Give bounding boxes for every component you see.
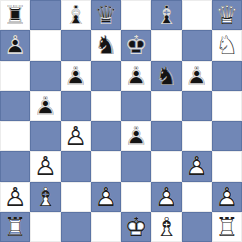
square-d5[interactable] <box>91 91 121 121</box>
black-bishop-fill-icon: ♝ <box>61 0 91 30</box>
square-f2[interactable]: ♟♙ <box>151 182 181 212</box>
black-bishop-outline-icon: ♗ <box>151 0 181 30</box>
piece-white-knight[interactable]: ♞♘ <box>212 30 242 60</box>
black-pawn-outline-icon: ♙ <box>121 61 151 91</box>
white-bishop-outline-icon: ♗ <box>151 212 181 242</box>
black-king-fill-icon: ♚ <box>121 30 151 60</box>
square-e8[interactable] <box>121 0 151 30</box>
square-b5[interactable]: ♟♙ <box>30 91 60 121</box>
square-c5[interactable] <box>61 91 91 121</box>
white-rook-fill-icon: ♜ <box>212 212 242 242</box>
black-knight-outline-icon: ♘ <box>151 61 181 91</box>
piece-white-pawn[interactable]: ♟♙ <box>182 151 212 181</box>
piece-white-bishop[interactable]: ♝♗ <box>151 212 181 242</box>
black-knight-fill-icon: ♞ <box>151 61 181 91</box>
square-b7[interactable] <box>30 30 60 60</box>
black-pawn-outline-icon: ♙ <box>182 61 212 91</box>
square-e2[interactable] <box>121 182 151 212</box>
square-c3[interactable] <box>61 151 91 181</box>
square-g5[interactable] <box>182 91 212 121</box>
white-pawn-outline-icon: ♙ <box>61 121 91 151</box>
black-bishop-outline-icon: ♗ <box>61 0 91 30</box>
square-d2[interactable]: ♟♙ <box>91 182 121 212</box>
white-pawn-outline-icon: ♙ <box>91 182 121 212</box>
square-h3[interactable] <box>212 151 242 181</box>
black-pawn-fill-icon: ♟ <box>0 30 30 60</box>
square-a3[interactable] <box>0 151 30 181</box>
square-g2[interactable] <box>182 182 212 212</box>
square-g1[interactable] <box>182 212 212 242</box>
square-f8[interactable]: ♝♗ <box>151 0 181 30</box>
white-knight-outline-icon: ♘ <box>212 30 242 60</box>
square-h7[interactable]: ♞♘ <box>212 30 242 60</box>
square-c1[interactable] <box>61 212 91 242</box>
square-e6[interactable]: ♟♙ <box>121 61 151 91</box>
square-g4[interactable] <box>182 121 212 151</box>
piece-black-pawn[interactable]: ♟♙ <box>0 30 30 60</box>
black-pawn-fill-icon: ♟ <box>121 121 151 151</box>
square-b2[interactable]: ♝♗ <box>30 182 60 212</box>
white-knight-fill-icon: ♞ <box>212 30 242 60</box>
square-a2[interactable]: ♟♙ <box>0 182 30 212</box>
piece-black-pawn[interactable]: ♟♙ <box>30 91 60 121</box>
white-pawn-outline-icon: ♙ <box>0 182 30 212</box>
square-b4[interactable] <box>30 121 60 151</box>
white-pawn-outline-icon: ♙ <box>182 151 212 181</box>
piece-white-queen[interactable]: ♛♕ <box>212 0 242 30</box>
square-h1[interactable]: ♜♖ <box>212 212 242 242</box>
black-pawn-fill-icon: ♟ <box>121 61 151 91</box>
piece-white-rook[interactable]: ♜♖ <box>212 212 242 242</box>
chess-board: ♜♖♝♗♛♕♝♗♛♕♟♙♞♘♚♔♞♘♟♙♟♙♞♘♟♙♟♙♟♙♟♙♟♙♟♙♟♙♝♗… <box>0 0 242 242</box>
square-h6[interactable] <box>212 61 242 91</box>
black-pawn-fill-icon: ♟ <box>61 61 91 91</box>
square-f1[interactable]: ♝♗ <box>151 212 181 242</box>
white-king-outline-icon: ♔ <box>121 212 151 242</box>
square-e1[interactable]: ♚♔ <box>121 212 151 242</box>
square-c7[interactable] <box>61 30 91 60</box>
white-pawn-fill-icon: ♟ <box>182 151 212 181</box>
square-g7[interactable] <box>182 30 212 60</box>
white-pawn-outline-icon: ♙ <box>30 151 60 181</box>
square-e7[interactable]: ♚♔ <box>121 30 151 60</box>
piece-black-pawn[interactable]: ♟♙ <box>182 61 212 91</box>
piece-black-queen[interactable]: ♛♕ <box>91 0 121 30</box>
piece-black-pawn[interactable]: ♟♙ <box>121 61 151 91</box>
black-queen-outline-icon: ♕ <box>91 0 121 30</box>
square-c6[interactable]: ♟♙ <box>61 61 91 91</box>
square-d1[interactable] <box>91 212 121 242</box>
square-e3[interactable] <box>121 151 151 181</box>
square-f6[interactable]: ♞♘ <box>151 61 181 91</box>
black-queen-fill-icon: ♛ <box>91 0 121 30</box>
square-h5[interactable] <box>212 91 242 121</box>
white-rook-fill-icon: ♜ <box>0 212 30 242</box>
black-knight-outline-icon: ♘ <box>91 30 121 60</box>
square-a7[interactable]: ♟♙ <box>0 30 30 60</box>
square-d8[interactable]: ♛♕ <box>91 0 121 30</box>
black-pawn-fill-icon: ♟ <box>30 91 60 121</box>
piece-black-king[interactable]: ♚♔ <box>121 30 151 60</box>
black-pawn-outline-icon: ♙ <box>0 30 30 60</box>
square-b3[interactable]: ♟♙ <box>30 151 60 181</box>
square-b6[interactable] <box>30 61 60 91</box>
square-a6[interactable] <box>0 61 30 91</box>
white-bishop-fill-icon: ♝ <box>151 212 181 242</box>
square-g6[interactable]: ♟♙ <box>182 61 212 91</box>
white-pawn-fill-icon: ♟ <box>212 182 242 212</box>
piece-black-bishop[interactable]: ♝♗ <box>151 0 181 30</box>
white-pawn-fill-icon: ♟ <box>30 151 60 181</box>
black-rook-fill-icon: ♜ <box>0 0 30 30</box>
square-b8[interactable] <box>30 0 60 30</box>
black-knight-fill-icon: ♞ <box>91 30 121 60</box>
piece-white-pawn[interactable]: ♟♙ <box>0 182 30 212</box>
white-pawn-outline-icon: ♙ <box>151 182 181 212</box>
square-a4[interactable] <box>0 121 30 151</box>
black-bishop-fill-icon: ♝ <box>151 0 181 30</box>
piece-black-rook[interactable]: ♜♖ <box>0 0 30 30</box>
square-h4[interactable] <box>212 121 242 151</box>
square-a5[interactable] <box>0 91 30 121</box>
square-h2[interactable]: ♟♙ <box>212 182 242 212</box>
black-pawn-fill-icon: ♟ <box>182 61 212 91</box>
white-rook-outline-icon: ♖ <box>0 212 30 242</box>
white-rook-outline-icon: ♖ <box>212 212 242 242</box>
square-c8[interactable]: ♝♗ <box>61 0 91 30</box>
black-pawn-outline-icon: ♙ <box>61 61 91 91</box>
piece-black-knight[interactable]: ♞♘ <box>91 30 121 60</box>
piece-white-pawn[interactable]: ♟♙ <box>91 182 121 212</box>
square-e5[interactable] <box>121 91 151 121</box>
square-c4[interactable]: ♟♙ <box>61 121 91 151</box>
white-queen-fill-icon: ♛ <box>212 0 242 30</box>
square-g8[interactable] <box>182 0 212 30</box>
white-king-fill-icon: ♚ <box>121 212 151 242</box>
white-pawn-fill-icon: ♟ <box>0 182 30 212</box>
piece-white-pawn[interactable]: ♟♙ <box>61 121 91 151</box>
piece-white-bishop[interactable]: ♝♗ <box>30 182 60 212</box>
piece-black-pawn[interactable]: ♟♙ <box>61 61 91 91</box>
square-b1[interactable] <box>30 212 60 242</box>
piece-white-rook[interactable]: ♜♖ <box>0 212 30 242</box>
white-pawn-fill-icon: ♟ <box>61 121 91 151</box>
square-a1[interactable]: ♜♖ <box>0 212 30 242</box>
piece-black-bishop[interactable]: ♝♗ <box>61 0 91 30</box>
piece-white-pawn[interactable]: ♟♙ <box>30 151 60 181</box>
black-pawn-outline-icon: ♙ <box>30 91 60 121</box>
square-c2[interactable] <box>61 182 91 212</box>
square-d3[interactable] <box>91 151 121 181</box>
piece-white-king[interactable]: ♚♔ <box>121 212 151 242</box>
square-f7[interactable] <box>151 30 181 60</box>
white-bishop-fill-icon: ♝ <box>30 182 60 212</box>
square-f3[interactable] <box>151 151 181 181</box>
piece-white-pawn[interactable]: ♟♙ <box>212 182 242 212</box>
square-a8[interactable]: ♜♖ <box>0 0 30 30</box>
piece-black-pawn[interactable]: ♟♙ <box>121 121 151 151</box>
square-e4[interactable]: ♟♙ <box>121 121 151 151</box>
square-d7[interactable]: ♞♘ <box>91 30 121 60</box>
square-d6[interactable] <box>91 61 121 91</box>
piece-black-knight[interactable]: ♞♘ <box>151 61 181 91</box>
black-king-outline-icon: ♔ <box>121 30 151 60</box>
piece-white-pawn[interactable]: ♟♙ <box>151 182 181 212</box>
square-f4[interactable] <box>151 121 181 151</box>
black-rook-outline-icon: ♖ <box>0 0 30 30</box>
white-pawn-outline-icon: ♙ <box>212 182 242 212</box>
white-pawn-fill-icon: ♟ <box>151 182 181 212</box>
square-h8[interactable]: ♛♕ <box>212 0 242 30</box>
white-bishop-outline-icon: ♗ <box>30 182 60 212</box>
white-queen-outline-icon: ♕ <box>212 0 242 30</box>
square-g3[interactable]: ♟♙ <box>182 151 212 181</box>
white-pawn-fill-icon: ♟ <box>91 182 121 212</box>
square-d4[interactable] <box>91 121 121 151</box>
black-pawn-outline-icon: ♙ <box>121 121 151 151</box>
square-f5[interactable] <box>151 91 181 121</box>
